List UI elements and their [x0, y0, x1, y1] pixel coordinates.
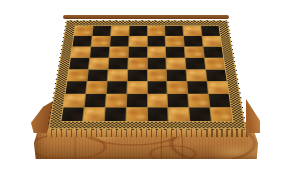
square-e4 [147, 69, 166, 81]
square-h4 [206, 69, 226, 81]
square-e1 [147, 108, 168, 121]
square-d3 [127, 82, 147, 94]
square-g2 [188, 94, 209, 107]
mosaic-border-band [48, 20, 245, 128]
board-scene [45, 0, 249, 131]
square-e2 [147, 94, 167, 107]
square-f2 [168, 94, 189, 107]
square-b2 [85, 94, 106, 107]
square-c5 [108, 58, 127, 69]
square-d6 [128, 47, 146, 58]
square-d4 [127, 69, 146, 81]
square-c2 [106, 94, 127, 107]
square-h1 [211, 108, 233, 121]
square-e3 [147, 82, 167, 94]
square-g1 [189, 108, 211, 121]
square-d2 [126, 94, 146, 107]
square-c1 [104, 108, 125, 121]
square-b8 [92, 26, 110, 36]
square-d7 [129, 36, 147, 46]
square-h3 [208, 82, 229, 94]
square-d1 [126, 108, 147, 121]
square-g7 [184, 36, 203, 46]
square-f6 [166, 47, 185, 58]
square-a2 [64, 94, 85, 107]
square-e8 [147, 26, 165, 36]
square-c3 [106, 82, 126, 94]
square-g4 [187, 69, 207, 81]
square-e5 [147, 58, 166, 69]
square-d8 [129, 26, 147, 36]
square-f7 [166, 36, 184, 46]
board-grid [60, 25, 233, 121]
square-c7 [110, 36, 128, 46]
square-h5 [205, 58, 225, 69]
square-c4 [107, 69, 127, 81]
square-f8 [165, 26, 183, 36]
square-g6 [185, 47, 204, 58]
product-photo [0, 0, 290, 171]
square-a5 [69, 58, 89, 69]
square-h6 [204, 47, 223, 58]
square-f4 [167, 69, 187, 81]
square-f1 [168, 108, 189, 121]
square-h7 [202, 36, 221, 46]
square-g5 [186, 58, 206, 69]
square-c8 [111, 26, 129, 36]
square-g8 [183, 26, 201, 36]
square-d5 [128, 58, 147, 69]
square-e6 [147, 47, 165, 58]
square-c6 [109, 47, 128, 58]
square-a1 [61, 108, 83, 121]
square-a3 [66, 82, 87, 94]
square-b1 [83, 108, 105, 121]
square-b7 [91, 36, 110, 46]
square-h2 [209, 94, 230, 107]
square-b3 [86, 82, 106, 94]
square-f5 [167, 58, 186, 69]
square-a6 [71, 47, 90, 58]
square-e7 [147, 36, 165, 46]
chess-board [45, 19, 249, 131]
square-a7 [73, 36, 92, 46]
square-h8 [201, 26, 220, 36]
square-a8 [74, 26, 93, 36]
square-f3 [167, 82, 187, 94]
square-b6 [90, 47, 109, 58]
square-b5 [89, 58, 109, 69]
square-g3 [188, 82, 208, 94]
square-b4 [87, 69, 107, 81]
square-a4 [67, 69, 87, 81]
